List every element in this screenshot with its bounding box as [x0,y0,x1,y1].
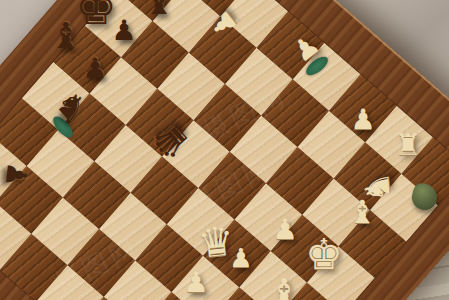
chess-piece-light-pawn: ♟ [272,216,297,244]
chess-piece-light-king: ♚ [305,234,343,276]
chess-piece-light-pawn: ♟ [350,106,375,134]
chess-piece-light-rook: ♜ [395,130,422,160]
chess-piece-light-pawn: ♟ [183,269,208,297]
chess-piece-dark-pawn: ♟ [111,17,136,45]
chess-piece-light-bishop: ♝ [267,274,301,300]
chess-piece-light-bishop: ♝ [348,196,377,228]
chess-piece-dark-pawn: ♟ [1,161,31,189]
chessboard-photo: ♚♝♝♟♟♞♛♟♟♟♟♜♞♝♛♟♟♟♚♝ 摄图网摄图网摄图网 [0,0,449,300]
chess-piece-light-pawn: ♟ [229,245,252,271]
chess-piece-dark-bishop: ♝ [50,18,82,54]
chess-piece-dark-pawn: ♟ [82,55,107,83]
chess-piece-dark-bishop: ♝ [144,0,174,19]
